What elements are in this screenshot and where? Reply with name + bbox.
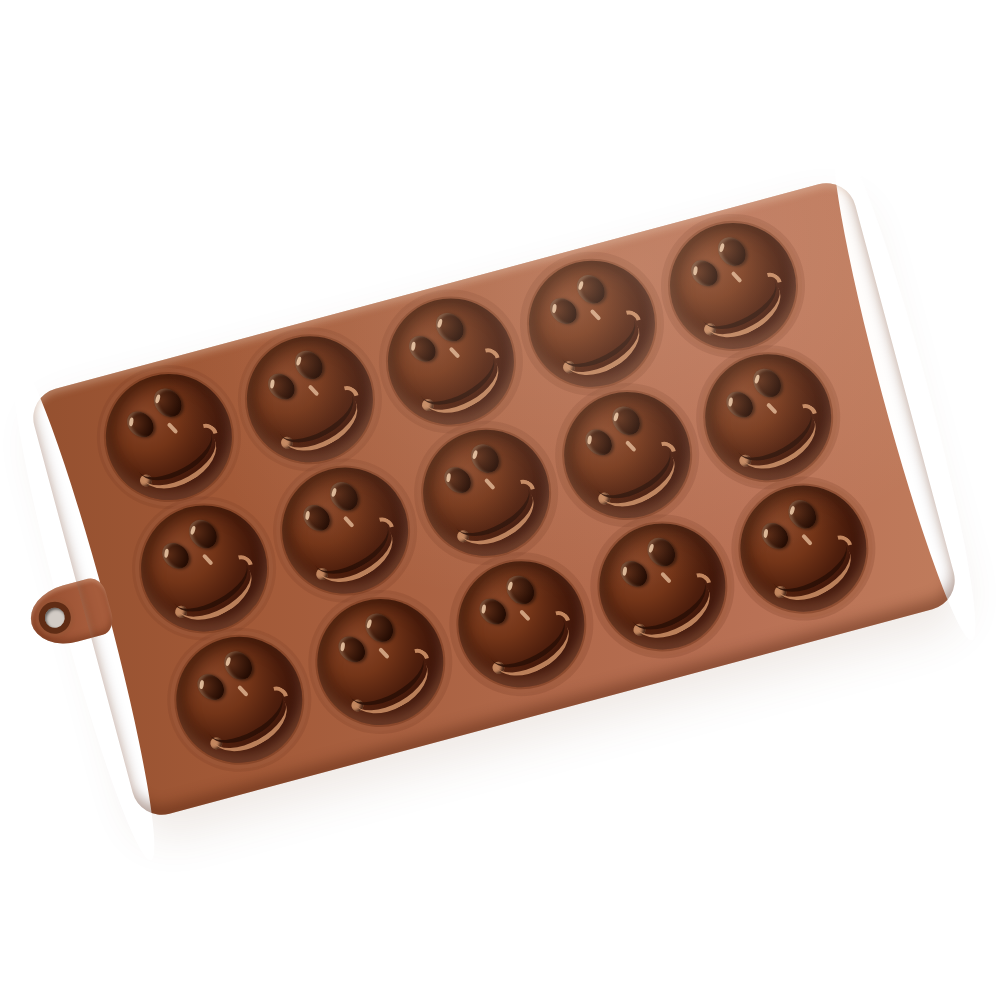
eye-right — [501, 570, 540, 610]
eye-right — [465, 439, 504, 479]
eye-right — [324, 476, 363, 516]
eye-right — [219, 646, 258, 686]
hang-hole — [43, 605, 67, 629]
eye-right — [606, 401, 645, 441]
eye-right — [148, 383, 187, 423]
product-photo — [0, 0, 1000, 1000]
eye-right — [360, 608, 399, 648]
eye-right — [642, 532, 681, 572]
eye-right — [289, 345, 328, 385]
eye-right — [183, 514, 222, 554]
eye-right — [571, 270, 610, 310]
eye-right — [430, 307, 469, 347]
cavity-grid — [81, 201, 892, 784]
eye-right — [783, 494, 822, 534]
eye-right — [712, 232, 751, 272]
eye-right — [748, 363, 787, 403]
chocolate-mold — [27, 176, 962, 821]
